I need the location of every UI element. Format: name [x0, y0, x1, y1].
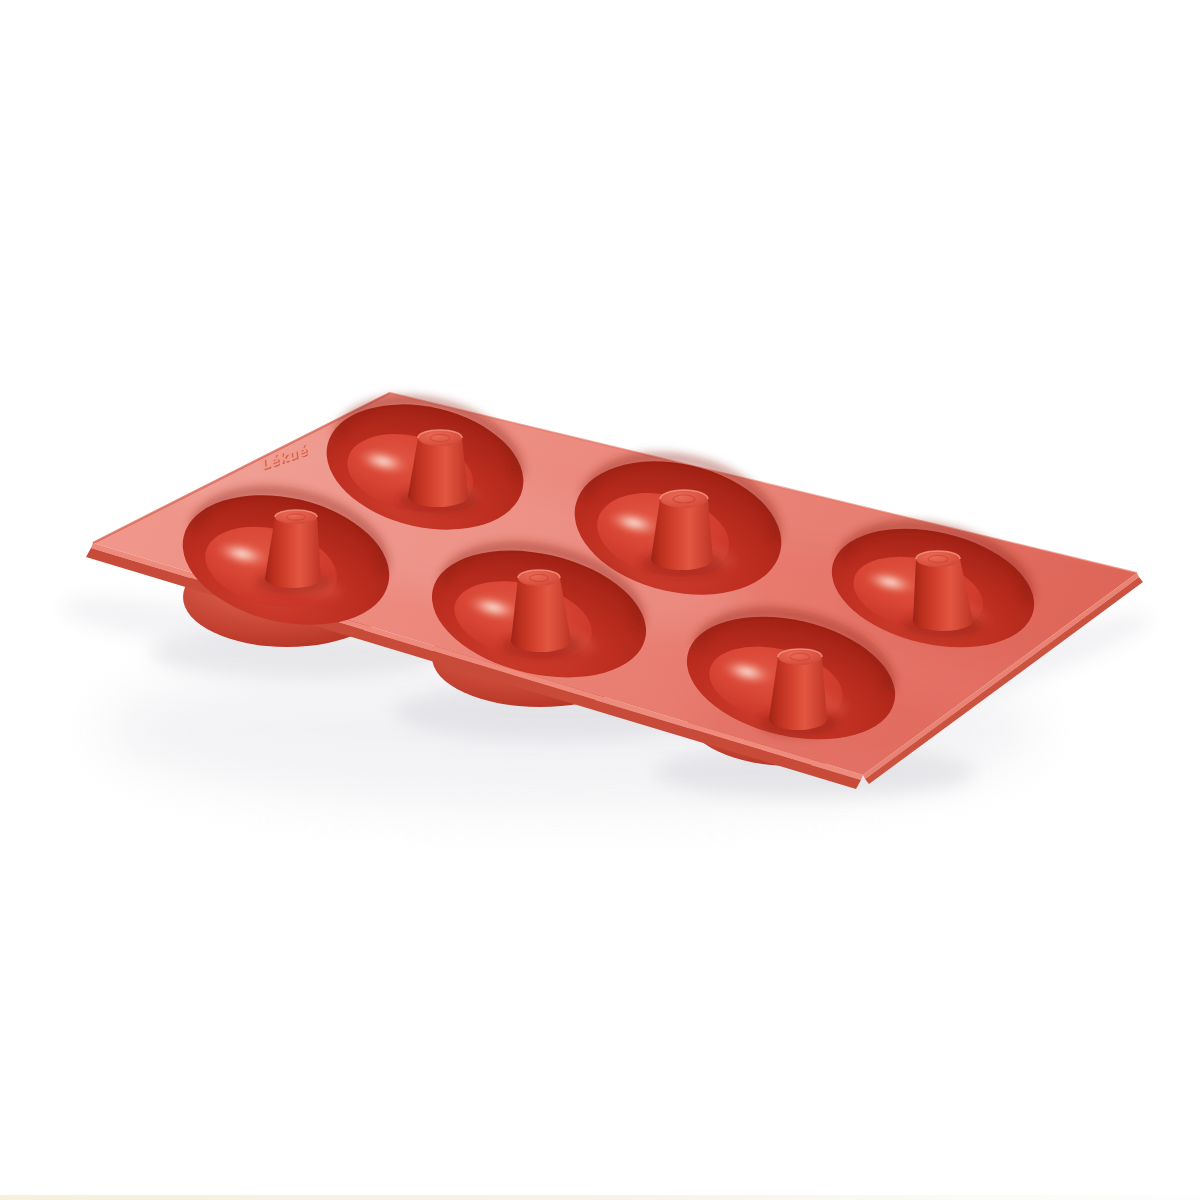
product-photo-stage: Lékué Lékué [0, 0, 1200, 1200]
silicone-mould-photo: Lékué Lékué [0, 0, 1200, 1200]
bottom-strip [0, 1195, 1200, 1200]
